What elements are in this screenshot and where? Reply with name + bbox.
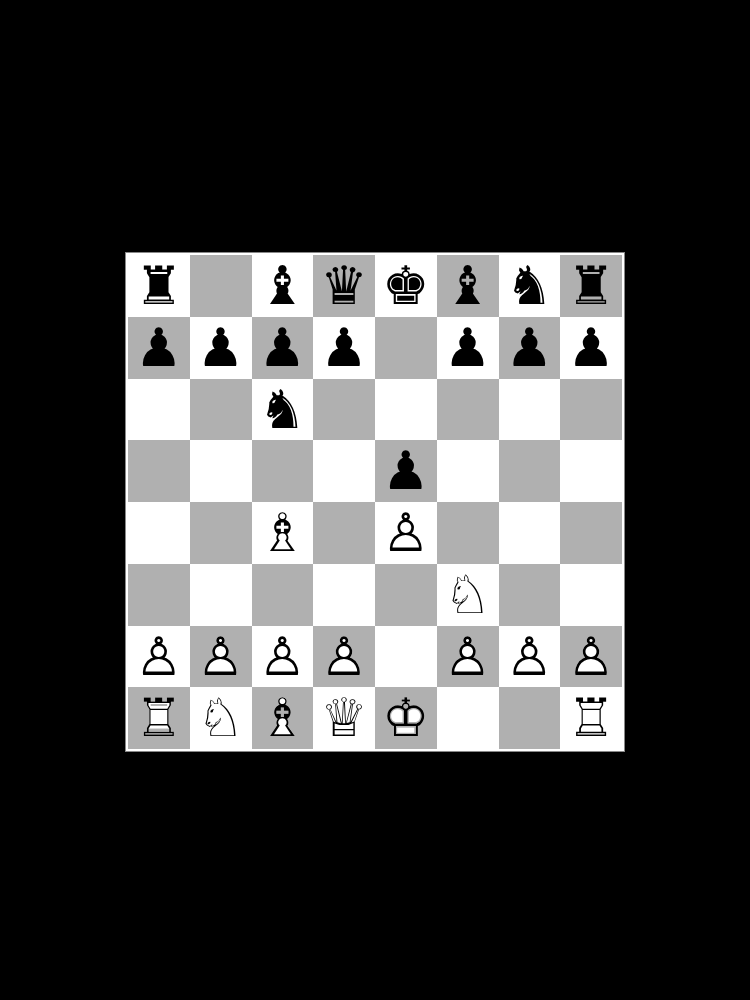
piece-glyph-outline: ♙: [259, 626, 307, 688]
piece-glyph-fill: ♞: [506, 255, 554, 317]
square-a7[interactable]: ♟: [128, 317, 190, 379]
piece-glyph-outline: ♙: [444, 626, 492, 688]
piece-white-bishop: ♝♗: [252, 502, 314, 564]
piece-glyph-fill: ♟: [259, 317, 307, 379]
piece-white-pawn: ♟♙: [499, 626, 561, 688]
piece-glyph-outline: ♘: [197, 687, 245, 749]
piece-glyph-fill: ♟: [320, 317, 368, 379]
piece-white-pawn: ♟♙: [128, 626, 190, 688]
square-e4[interactable]: ♟♙: [375, 502, 437, 564]
piece-glyph-outline: ♙: [197, 626, 245, 688]
piece-white-pawn: ♟♙: [313, 626, 375, 688]
piece-glyph-fill: ♚: [382, 255, 430, 317]
piece-glyph-fill: ♜: [567, 255, 615, 317]
piece-white-queen: ♛♕: [313, 687, 375, 749]
square-g3[interactable]: [499, 564, 561, 626]
square-h2[interactable]: ♟♙: [560, 626, 622, 688]
square-f6[interactable]: [437, 379, 499, 441]
square-f5[interactable]: [437, 440, 499, 502]
square-c8[interactable]: ♝: [252, 255, 314, 317]
square-a3[interactable]: [128, 564, 190, 626]
piece-glyph-outline: ♕: [320, 687, 368, 749]
square-d2[interactable]: ♟♙: [313, 626, 375, 688]
square-b1[interactable]: ♞♘: [190, 687, 252, 749]
square-e3[interactable]: [375, 564, 437, 626]
square-b7[interactable]: ♟: [190, 317, 252, 379]
piece-white-pawn: ♟♙: [375, 502, 437, 564]
page-background: ♜♝♛♚♝♞♜♟♟♟♟♟♟♟♞♟♝♗♟♙♞♘♟♙♟♙♟♙♟♙♟♙♟♙♟♙♜♖♞♘…: [0, 0, 750, 1000]
square-f8[interactable]: ♝: [437, 255, 499, 317]
chess-board-frame: ♜♝♛♚♝♞♜♟♟♟♟♟♟♟♞♟♝♗♟♙♞♘♟♙♟♙♟♙♟♙♟♙♟♙♟♙♜♖♞♘…: [125, 252, 625, 752]
square-h7[interactable]: ♟: [560, 317, 622, 379]
square-g1[interactable]: [499, 687, 561, 749]
piece-white-pawn: ♟♙: [437, 626, 499, 688]
square-c6[interactable]: ♞: [252, 379, 314, 441]
piece-black-pawn: ♟: [560, 317, 622, 379]
square-d6[interactable]: [313, 379, 375, 441]
square-d4[interactable]: [313, 502, 375, 564]
piece-glyph-fill: ♟: [135, 317, 183, 379]
square-a6[interactable]: [128, 379, 190, 441]
piece-white-rook: ♜♖: [560, 687, 622, 749]
square-d8[interactable]: ♛: [313, 255, 375, 317]
square-g5[interactable]: [499, 440, 561, 502]
piece-glyph-outline: ♗: [259, 687, 307, 749]
piece-glyph-fill: ♟: [567, 317, 615, 379]
piece-white-pawn: ♟♙: [252, 626, 314, 688]
square-c3[interactable]: [252, 564, 314, 626]
square-b6[interactable]: [190, 379, 252, 441]
piece-glyph-outline: ♖: [135, 687, 183, 749]
piece-white-knight: ♞♘: [437, 564, 499, 626]
piece-white-rook: ♜♖: [128, 687, 190, 749]
piece-glyph-outline: ♙: [506, 626, 554, 688]
piece-black-pawn: ♟: [375, 440, 437, 502]
square-f4[interactable]: [437, 502, 499, 564]
piece-glyph-outline: ♗: [259, 502, 307, 564]
square-e8[interactable]: ♚: [375, 255, 437, 317]
piece-white-knight: ♞♘: [190, 687, 252, 749]
square-a4[interactable]: [128, 502, 190, 564]
piece-glyph-outline: ♖: [567, 687, 615, 749]
square-e5[interactable]: ♟: [375, 440, 437, 502]
square-b3[interactable]: [190, 564, 252, 626]
piece-glyph-outline: ♙: [382, 502, 430, 564]
square-b5[interactable]: [190, 440, 252, 502]
square-h5[interactable]: [560, 440, 622, 502]
piece-black-bishop: ♝: [437, 255, 499, 317]
piece-glyph-fill: ♟: [382, 440, 430, 502]
piece-black-knight: ♞: [499, 255, 561, 317]
square-d7[interactable]: ♟: [313, 317, 375, 379]
square-b2[interactable]: ♟♙: [190, 626, 252, 688]
square-d3[interactable]: [313, 564, 375, 626]
square-e2[interactable]: [375, 626, 437, 688]
square-e7[interactable]: [375, 317, 437, 379]
square-f3[interactable]: ♞♘: [437, 564, 499, 626]
piece-glyph-outline: ♙: [135, 626, 183, 688]
piece-black-rook: ♜: [560, 255, 622, 317]
piece-glyph-fill: ♞: [259, 379, 307, 441]
piece-black-rook: ♜: [128, 255, 190, 317]
piece-glyph-fill: ♟: [444, 317, 492, 379]
piece-black-queen: ♛: [313, 255, 375, 317]
square-c4[interactable]: ♝♗: [252, 502, 314, 564]
piece-white-pawn: ♟♙: [190, 626, 252, 688]
piece-black-bishop: ♝: [252, 255, 314, 317]
square-b4[interactable]: [190, 502, 252, 564]
square-h8[interactable]: ♜: [560, 255, 622, 317]
piece-glyph-outline: ♔: [382, 687, 430, 749]
square-g4[interactable]: [499, 502, 561, 564]
piece-black-king: ♚: [375, 255, 437, 317]
piece-black-pawn: ♟: [437, 317, 499, 379]
square-h1[interactable]: ♜♖: [560, 687, 622, 749]
square-a2[interactable]: ♟♙: [128, 626, 190, 688]
square-g7[interactable]: ♟: [499, 317, 561, 379]
square-e6[interactable]: [375, 379, 437, 441]
square-h6[interactable]: [560, 379, 622, 441]
square-g2[interactable]: ♟♙: [499, 626, 561, 688]
piece-glyph-outline: ♘: [444, 564, 492, 626]
piece-glyph-fill: ♟: [197, 317, 245, 379]
square-h4[interactable]: [560, 502, 622, 564]
square-c1[interactable]: ♝♗: [252, 687, 314, 749]
piece-glyph-fill: ♟: [506, 317, 554, 379]
piece-white-king: ♚♔: [375, 687, 437, 749]
square-a1[interactable]: ♜♖: [128, 687, 190, 749]
square-h3[interactable]: [560, 564, 622, 626]
square-c2[interactable]: ♟♙: [252, 626, 314, 688]
square-d1[interactable]: ♛♕: [313, 687, 375, 749]
piece-glyph-outline: ♙: [567, 626, 615, 688]
square-c5[interactable]: [252, 440, 314, 502]
square-c7[interactable]: ♟: [252, 317, 314, 379]
square-a5[interactable]: [128, 440, 190, 502]
piece-white-pawn: ♟♙: [560, 626, 622, 688]
piece-black-pawn: ♟: [313, 317, 375, 379]
square-d5[interactable]: [313, 440, 375, 502]
square-f7[interactable]: ♟: [437, 317, 499, 379]
square-g6[interactable]: [499, 379, 561, 441]
piece-black-pawn: ♟: [128, 317, 190, 379]
square-f1[interactable]: [437, 687, 499, 749]
square-f2[interactable]: ♟♙: [437, 626, 499, 688]
piece-glyph-outline: ♙: [320, 626, 368, 688]
piece-black-knight: ♞: [252, 379, 314, 441]
piece-black-pawn: ♟: [190, 317, 252, 379]
chess-board: ♜♝♛♚♝♞♜♟♟♟♟♟♟♟♞♟♝♗♟♙♞♘♟♙♟♙♟♙♟♙♟♙♟♙♟♙♜♖♞♘…: [128, 255, 622, 749]
square-g8[interactable]: ♞: [499, 255, 561, 317]
piece-white-bishop: ♝♗: [252, 687, 314, 749]
piece-black-pawn: ♟: [499, 317, 561, 379]
piece-glyph-fill: ♜: [135, 255, 183, 317]
square-e1[interactable]: ♚♔: [375, 687, 437, 749]
piece-black-pawn: ♟: [252, 317, 314, 379]
square-b8[interactable]: [190, 255, 252, 317]
piece-glyph-fill: ♝: [444, 255, 492, 317]
piece-glyph-fill: ♛: [320, 255, 368, 317]
square-a8[interactable]: ♜: [128, 255, 190, 317]
piece-glyph-fill: ♝: [259, 255, 307, 317]
